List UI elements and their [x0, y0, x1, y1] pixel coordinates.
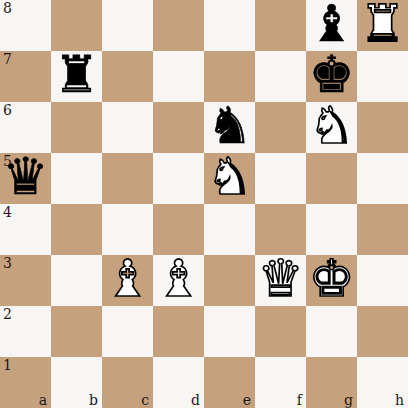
square-b2[interactable] — [51, 306, 102, 357]
square-g7[interactable]: ♚ — [306, 51, 357, 102]
square-c5[interactable] — [102, 153, 153, 204]
square-d5[interactable] — [153, 153, 204, 204]
square-h5[interactable] — [357, 153, 408, 204]
white-queen-glyph: ♛ — [258, 253, 304, 304]
square-a4[interactable]: 4 — [0, 204, 51, 255]
square-h7[interactable] — [357, 51, 408, 102]
square-d6[interactable] — [153, 102, 204, 153]
square-h3[interactable] — [357, 255, 408, 306]
square-a7[interactable]: 7 — [0, 51, 51, 102]
white-king-glyph: ♚ — [309, 253, 355, 304]
rank-label-2: 2 — [3, 307, 12, 322]
square-b1[interactable]: b — [51, 357, 102, 408]
square-e4[interactable] — [204, 204, 255, 255]
square-c3[interactable]: ♝ — [102, 255, 153, 306]
square-d3[interactable]: ♝ — [153, 255, 204, 306]
rank-label-3: 3 — [3, 256, 12, 271]
white-queen-f3[interactable]: ♛ — [255, 255, 306, 306]
rank-label-6: 6 — [3, 103, 12, 118]
file-label-c: c — [141, 392, 149, 408]
square-h2[interactable] — [357, 306, 408, 357]
square-h4[interactable] — [357, 204, 408, 255]
white-rook-h8[interactable]: ♜ — [357, 0, 408, 51]
square-d8[interactable] — [153, 0, 204, 51]
white-bishop-glyph: ♝ — [105, 253, 151, 304]
file-label-b: b — [89, 392, 98, 408]
square-b6[interactable] — [51, 102, 102, 153]
square-a6[interactable]: 6 — [0, 102, 51, 153]
square-f6[interactable] — [255, 102, 306, 153]
white-knight-glyph: ♞ — [309, 100, 355, 151]
black-bishop-glyph: ♝ — [309, 0, 355, 49]
square-a5[interactable]: 5♛ — [0, 153, 51, 204]
square-e8[interactable] — [204, 0, 255, 51]
rank-label-7: 7 — [3, 52, 12, 67]
square-g8[interactable]: ♝ — [306, 0, 357, 51]
square-e3[interactable] — [204, 255, 255, 306]
square-c2[interactable] — [102, 306, 153, 357]
square-g3[interactable]: ♚ — [306, 255, 357, 306]
square-g4[interactable] — [306, 204, 357, 255]
rank-label-1: 1 — [3, 358, 12, 373]
black-knight-glyph: ♞ — [207, 100, 253, 151]
black-king-g7[interactable]: ♚ — [306, 51, 357, 102]
file-label-a: a — [39, 392, 47, 408]
file-label-g: g — [344, 392, 353, 408]
rank-label-8: 8 — [3, 1, 12, 16]
square-c8[interactable] — [102, 0, 153, 51]
black-queen-a5[interactable]: ♛ — [0, 153, 51, 204]
file-label-d: d — [191, 392, 200, 408]
white-bishop-glyph: ♝ — [156, 253, 202, 304]
square-f2[interactable] — [255, 306, 306, 357]
black-bishop-g8[interactable]: ♝ — [306, 0, 357, 51]
square-c4[interactable] — [102, 204, 153, 255]
square-h6[interactable] — [357, 102, 408, 153]
rank-label-4: 4 — [3, 205, 12, 220]
square-a3[interactable]: 3 — [0, 255, 51, 306]
white-knight-e5[interactable]: ♞ — [204, 153, 255, 204]
square-f4[interactable] — [255, 204, 306, 255]
white-knight-g6[interactable]: ♞ — [306, 102, 357, 153]
square-f8[interactable] — [255, 0, 306, 51]
square-e5[interactable]: ♞ — [204, 153, 255, 204]
square-c7[interactable] — [102, 51, 153, 102]
black-rook-glyph: ♜ — [54, 49, 100, 100]
black-queen-glyph: ♛ — [3, 151, 49, 202]
square-g5[interactable] — [306, 153, 357, 204]
file-label-h: h — [395, 392, 404, 408]
square-a8[interactable]: 8 — [0, 0, 51, 51]
black-rook-b7[interactable]: ♜ — [51, 51, 102, 102]
square-c6[interactable] — [102, 102, 153, 153]
square-b3[interactable] — [51, 255, 102, 306]
square-c1[interactable]: c — [102, 357, 153, 408]
black-king-glyph: ♚ — [309, 49, 355, 100]
square-h8[interactable]: ♜ — [357, 0, 408, 51]
file-label-f: f — [297, 392, 302, 408]
square-d2[interactable] — [153, 306, 204, 357]
square-d7[interactable] — [153, 51, 204, 102]
square-b8[interactable] — [51, 0, 102, 51]
square-b4[interactable] — [51, 204, 102, 255]
black-knight-e6[interactable]: ♞ — [204, 102, 255, 153]
square-f3[interactable]: ♛ — [255, 255, 306, 306]
square-g1[interactable]: g — [306, 357, 357, 408]
square-a1[interactable]: 1a — [0, 357, 51, 408]
square-f5[interactable] — [255, 153, 306, 204]
square-e2[interactable] — [204, 306, 255, 357]
white-rook-glyph: ♜ — [360, 0, 406, 49]
file-label-e: e — [243, 392, 251, 408]
square-a2[interactable]: 2 — [0, 306, 51, 357]
square-b5[interactable] — [51, 153, 102, 204]
white-bishop-d3[interactable]: ♝ — [153, 255, 204, 306]
white-knight-glyph: ♞ — [207, 151, 253, 202]
square-b7[interactable]: ♜ — [51, 51, 102, 102]
square-d1[interactable]: d — [153, 357, 204, 408]
square-f1[interactable]: f — [255, 357, 306, 408]
white-bishop-c3[interactable]: ♝ — [102, 255, 153, 306]
chess-board-wrapper: 8♝♜7♜♚6♞♞5♛♞43♝♝♛♚21abcdefgh — [0, 0, 408, 408]
square-g2[interactable] — [306, 306, 357, 357]
square-e1[interactable]: e — [204, 357, 255, 408]
chess-board: 8♝♜7♜♚6♞♞5♛♞43♝♝♛♚21abcdefgh — [0, 0, 408, 408]
square-e6[interactable]: ♞ — [204, 102, 255, 153]
square-f7[interactable] — [255, 51, 306, 102]
square-d4[interactable] — [153, 204, 204, 255]
square-h1[interactable]: h — [357, 357, 408, 408]
white-king-g3[interactable]: ♚ — [306, 255, 357, 306]
square-e7[interactable] — [204, 51, 255, 102]
square-g6[interactable]: ♞ — [306, 102, 357, 153]
